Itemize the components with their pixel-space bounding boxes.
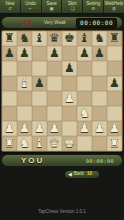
square-g3[interactable] — [92, 106, 107, 121]
square-f3[interactable]: ♞ — [77, 106, 92, 121]
menu-item-new[interactable]: New ↺ — [0, 0, 21, 13]
back-button[interactable]: ◀ Back 10 — [64, 170, 100, 179]
square-e5[interactable] — [62, 76, 77, 91]
square-c1[interactable]: ♝ — [32, 136, 47, 151]
black-pawn[interactable]: ♟ — [94, 46, 105, 61]
menu-item-undo[interactable]: Undo ↩ — [21, 0, 42, 13]
square-c3[interactable] — [32, 106, 47, 121]
back-arrow-icon: ◀ — [68, 172, 72, 177]
back-button-label: Back — [74, 172, 84, 177]
square-b4[interactable] — [17, 91, 32, 106]
white-knight[interactable]: ♞ — [79, 106, 90, 121]
white-pawn[interactable]: ♟ — [49, 121, 60, 136]
square-e6[interactable]: ♟ — [62, 61, 77, 76]
square-h5[interactable]: ♟ — [107, 76, 122, 91]
board-frame: ♜♞♝♛♚♝♞♜♟♟♟♟♟♟♝♟♟♟♞♟♟♟♟♟♟♟♜♞♝♛♚♜ — [1, 30, 123, 152]
square-d7[interactable]: ♟ — [47, 46, 62, 61]
square-b3[interactable] — [17, 106, 32, 121]
black-bishop[interactable]: ♝ — [34, 31, 45, 46]
ai-player-bar: AI Very Weak 00:00:00 — [1, 16, 123, 29]
square-a7[interactable]: ♟ — [2, 46, 17, 61]
square-d4[interactable] — [47, 91, 62, 106]
undo-icon: ↩ — [29, 7, 33, 12]
square-b1[interactable]: ♞ — [17, 136, 32, 151]
square-c7[interactable] — [32, 46, 47, 61]
square-c2[interactable]: ♟ — [32, 121, 47, 136]
black-king[interactable]: ♚ — [64, 31, 75, 46]
square-b5[interactable]: ♝ — [17, 76, 32, 91]
black-knight[interactable]: ♞ — [94, 31, 105, 46]
square-c5[interactable]: ♟ — [32, 76, 47, 91]
menu-bar: New ↺ Undo ↩ Save ▣ Skin ❏ Setting ⚙ Web… — [0, 0, 124, 14]
square-a2[interactable]: ♟ — [2, 121, 17, 136]
square-a6[interactable] — [2, 61, 17, 76]
square-d1[interactable]: ♛ — [47, 136, 62, 151]
new-game-icon: ↺ — [8, 7, 12, 12]
white-pawn[interactable]: ♟ — [94, 121, 105, 136]
square-g7[interactable]: ♟ — [92, 46, 107, 61]
black-pawn[interactable]: ♟ — [64, 61, 75, 76]
square-c6[interactable] — [32, 61, 47, 76]
square-a8[interactable]: ♜ — [2, 31, 17, 46]
controls-row: ◀ Back 10 — [0, 170, 124, 181]
you-player-name: YOU — [21, 156, 44, 165]
square-g6[interactable] — [92, 61, 107, 76]
square-g5[interactable] — [92, 76, 107, 91]
webhelp-icon: ◍ — [112, 7, 116, 12]
square-e2[interactable] — [62, 121, 77, 136]
black-pawn[interactable]: ♟ — [19, 46, 30, 61]
square-h8[interactable]: ♜ — [107, 31, 122, 46]
white-bishop[interactable]: ♝ — [19, 76, 30, 91]
square-f7[interactable]: ♟ — [77, 46, 92, 61]
you-player-bar: YOU 00:00:00 — [1, 154, 123, 167]
black-knight[interactable]: ♞ — [19, 31, 30, 46]
square-e3[interactable] — [62, 106, 77, 121]
square-d2[interactable]: ♟ — [47, 121, 62, 136]
square-h7[interactable] — [107, 46, 122, 61]
square-f5[interactable] — [77, 76, 92, 91]
skin-icon: ❏ — [70, 7, 74, 12]
black-pawn[interactable]: ♟ — [34, 76, 45, 91]
ai-difficulty-label: Very Weak — [44, 20, 66, 25]
white-knight[interactable]: ♞ — [19, 136, 30, 151]
square-g8[interactable]: ♞ — [92, 31, 107, 46]
ai-clock: 00:00:00 — [76, 18, 117, 28]
save-icon: ▣ — [49, 7, 53, 12]
square-e1[interactable]: ♚ — [62, 136, 77, 151]
ai-player-name: AI — [21, 18, 33, 28]
square-b7[interactable]: ♟ — [17, 46, 32, 61]
square-e8[interactable]: ♚ — [62, 31, 77, 46]
white-king[interactable]: ♚ — [64, 136, 75, 151]
white-rook[interactable]: ♜ — [4, 136, 15, 151]
you-clock: 00:00:00 — [86, 158, 114, 164]
square-g2[interactable]: ♟ — [92, 121, 107, 136]
square-f4[interactable] — [77, 91, 92, 106]
menu-item-webhelp[interactable]: WebHelp ◍ — [104, 0, 124, 13]
square-f1[interactable] — [77, 136, 92, 151]
square-d5[interactable] — [47, 76, 62, 91]
square-a4[interactable] — [2, 91, 17, 106]
square-g4[interactable] — [92, 91, 107, 106]
square-a3[interactable] — [2, 106, 17, 121]
black-rook[interactable]: ♜ — [4, 31, 15, 46]
white-pawn[interactable]: ♟ — [4, 121, 15, 136]
app-version-text: TapChess Version 1.0.1 — [0, 209, 124, 214]
white-queen[interactable]: ♛ — [49, 136, 60, 151]
black-queen[interactable]: ♛ — [49, 31, 60, 46]
black-pawn[interactable]: ♟ — [49, 46, 60, 61]
square-h2[interactable]: ♟ — [107, 121, 122, 136]
square-f2[interactable]: ♟ — [77, 121, 92, 136]
square-d8[interactable]: ♛ — [47, 31, 62, 46]
square-e7[interactable] — [62, 46, 77, 61]
black-pawn[interactable]: ♟ — [4, 46, 15, 61]
white-pawn[interactable]: ♟ — [109, 121, 120, 136]
square-f6[interactable] — [77, 61, 92, 76]
back-count-badge: 10 — [87, 172, 92, 177]
black-rook[interactable]: ♜ — [109, 31, 120, 46]
chess-board: ♜♞♝♛♚♝♞♜♟♟♟♟♟♟♝♟♟♟♞♟♟♟♟♟♟♟♜♞♝♛♚♜ — [2, 31, 122, 151]
white-pawn[interactable]: ♟ — [79, 121, 90, 136]
square-c8[interactable]: ♝ — [32, 31, 47, 46]
square-h6[interactable] — [107, 61, 122, 76]
square-e4[interactable]: ♟ — [62, 91, 77, 106]
square-d6[interactable] — [47, 61, 62, 76]
square-d3[interactable] — [47, 106, 62, 121]
menu-item-skin[interactable]: Skin ❏ — [62, 0, 83, 13]
black-pawn[interactable]: ♟ — [109, 76, 120, 91]
white-pawn[interactable]: ♟ — [64, 91, 75, 106]
square-b2[interactable]: ♟ — [17, 121, 32, 136]
square-h3[interactable] — [107, 106, 122, 121]
white-pawn[interactable]: ♟ — [34, 121, 45, 136]
menu-item-save[interactable]: Save ▣ — [42, 0, 63, 13]
square-c4[interactable] — [32, 91, 47, 106]
black-bishop[interactable]: ♝ — [79, 31, 90, 46]
white-pawn[interactable]: ♟ — [19, 121, 30, 136]
square-a1[interactable]: ♜ — [2, 136, 17, 151]
black-pawn[interactable]: ♟ — [79, 46, 90, 61]
square-h4[interactable] — [107, 91, 122, 106]
square-f8[interactable]: ♝ — [77, 31, 92, 46]
square-b6[interactable] — [17, 61, 32, 76]
square-b8[interactable]: ♞ — [17, 31, 32, 46]
square-g1[interactable] — [92, 136, 107, 151]
menu-item-setting[interactable]: Setting ⚙ — [83, 0, 104, 13]
white-bishop[interactable]: ♝ — [34, 136, 45, 151]
settings-gear-icon: ⚙ — [91, 7, 95, 12]
square-a5[interactable] — [2, 76, 17, 91]
white-rook[interactable]: ♜ — [109, 136, 120, 151]
square-h1[interactable]: ♜ — [107, 136, 122, 151]
